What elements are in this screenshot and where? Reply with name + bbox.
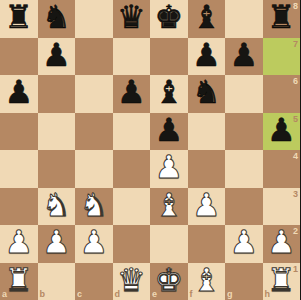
square-h8[interactable]: ♜8 [263,0,301,38]
square-h5[interactable]: ♟5 [263,113,301,151]
square-d4[interactable] [113,150,151,188]
square-e2[interactable] [150,225,188,263]
square-c2[interactable]: ♟ [75,225,113,263]
square-d6[interactable]: ♟ [113,75,151,113]
square-f7[interactable]: ♟ [188,38,226,76]
piece-white-pawn[interactable]: ♟ [192,188,221,225]
rank-label-8: 8 [293,2,298,11]
file-label-e: e [152,290,157,299]
square-f3[interactable]: ♟ [188,188,226,226]
square-f6[interactable]: ♞ [188,75,226,113]
square-f1[interactable]: ♝f [188,263,226,300]
square-d5[interactable] [113,113,151,151]
square-b1[interactable]: b [38,263,76,300]
square-e1[interactable]: ♚e [150,263,188,300]
square-e3[interactable]: ♝ [150,188,188,226]
square-g5[interactable] [225,113,263,151]
square-f4[interactable] [188,150,226,188]
piece-white-pawn[interactable]: ♟ [154,150,183,187]
piece-white-pawn[interactable]: ♟ [267,225,296,262]
rank-label-1: 1 [293,265,298,274]
square-f8[interactable]: ♝ [188,0,226,38]
square-h4[interactable]: 4 [263,150,301,188]
square-c6[interactable] [75,75,113,113]
file-label-f: f [190,290,193,299]
square-h6[interactable]: 6 [263,75,301,113]
square-d3[interactable] [113,188,151,226]
square-e6[interactable]: ♝ [150,75,188,113]
rank-label-5: 5 [293,115,298,124]
square-g4[interactable] [225,150,263,188]
rank-label-6: 6 [293,77,298,86]
file-label-c: c [77,290,82,299]
square-a4[interactable] [0,150,38,188]
square-e8[interactable]: ♚ [150,0,188,38]
square-c3[interactable]: ♞ [75,188,113,226]
piece-black-pawn[interactable]: ♟ [4,75,33,112]
piece-black-queen[interactable]: ♛ [117,0,146,37]
rank-label-4: 4 [293,152,298,161]
piece-black-pawn[interactable]: ♟ [229,38,258,75]
square-c5[interactable] [75,113,113,151]
square-h1[interactable]: ♜1h [263,263,301,300]
square-e7[interactable] [150,38,188,76]
square-g6[interactable] [225,75,263,113]
file-label-a: a [2,290,7,299]
piece-white-queen[interactable]: ♛ [117,263,146,300]
square-c4[interactable] [75,150,113,188]
square-h7[interactable]: 7 [263,38,301,76]
piece-white-rook[interactable]: ♜ [267,263,296,300]
square-a7[interactable] [0,38,38,76]
file-label-g: g [227,290,233,299]
square-c8[interactable] [75,0,113,38]
piece-black-bishop[interactable]: ♝ [192,0,221,37]
square-b4[interactable] [38,150,76,188]
piece-white-pawn[interactable]: ♟ [42,225,71,262]
piece-white-rook[interactable]: ♜ [4,263,33,300]
piece-white-knight[interactable]: ♞ [79,188,108,225]
file-label-d: d [115,290,121,299]
square-e4[interactable]: ♟ [150,150,188,188]
square-a6[interactable]: ♟ [0,75,38,113]
piece-black-pawn[interactable]: ♟ [267,113,296,150]
rank-label-3: 3 [293,190,298,199]
square-d8[interactable]: ♛ [113,0,151,38]
file-label-b: b [40,290,46,299]
piece-white-pawn[interactable]: ♟ [4,225,33,262]
piece-black-knight[interactable]: ♞ [42,0,71,37]
piece-white-knight[interactable]: ♞ [42,188,71,225]
square-b7[interactable]: ♟ [38,38,76,76]
piece-white-king[interactable]: ♚ [154,263,183,300]
piece-black-bishop[interactable]: ♝ [154,75,183,112]
piece-white-bishop[interactable]: ♝ [154,188,183,225]
square-d1[interactable]: ♛d [113,263,151,300]
square-b6[interactable] [38,75,76,113]
square-h2[interactable]: ♟2 [263,225,301,263]
square-g8[interactable] [225,0,263,38]
square-g2[interactable]: ♟ [225,225,263,263]
piece-black-knight[interactable]: ♞ [192,75,221,112]
square-h3[interactable]: 3 [263,188,301,226]
square-b5[interactable] [38,113,76,151]
piece-white-pawn[interactable]: ♟ [79,225,108,262]
square-b2[interactable]: ♟ [38,225,76,263]
piece-black-pawn[interactable]: ♟ [192,38,221,75]
square-d7[interactable] [113,38,151,76]
square-a2[interactable]: ♟ [0,225,38,263]
rank-label-2: 2 [293,227,298,236]
piece-black-rook[interactable]: ♜ [4,0,33,37]
piece-black-pawn[interactable]: ♟ [42,38,71,75]
chess-board: ♜♞♛♚♝♜8♟♟♟7♟♟♝♞6♟♟5♟4♞♞♝♟3♟♟♟♟♟2♜abc♛d♚e… [0,0,300,300]
chess-board-container: ♜♞♛♚♝♜8♟♟♟7♟♟♝♞6♟♟5♟4♞♞♝♟3♟♟♟♟♟2♜abc♛d♚e… [0,0,300,300]
square-b8[interactable]: ♞ [38,0,76,38]
file-label-h: h [265,290,271,299]
piece-black-pawn[interactable]: ♟ [117,75,146,112]
square-f2[interactable] [188,225,226,263]
square-a8[interactable]: ♜ [0,0,38,38]
rank-label-7: 7 [293,40,298,49]
square-a5[interactable] [0,113,38,151]
square-c7[interactable] [75,38,113,76]
piece-white-bishop[interactable]: ♝ [192,263,221,300]
square-a3[interactable] [0,188,38,226]
piece-black-rook[interactable]: ♜ [267,0,296,37]
square-d2[interactable] [113,225,151,263]
square-g7[interactable]: ♟ [225,38,263,76]
piece-black-pawn[interactable]: ♟ [154,113,183,150]
square-g1[interactable]: g [225,263,263,300]
square-g3[interactable] [225,188,263,226]
piece-white-pawn[interactable]: ♟ [229,225,258,262]
piece-black-king[interactable]: ♚ [154,0,183,37]
square-f5[interactable] [188,113,226,151]
square-a1[interactable]: ♜a [0,263,38,300]
square-c1[interactable]: c [75,263,113,300]
square-b3[interactable]: ♞ [38,188,76,226]
square-e5[interactable]: ♟ [150,113,188,151]
